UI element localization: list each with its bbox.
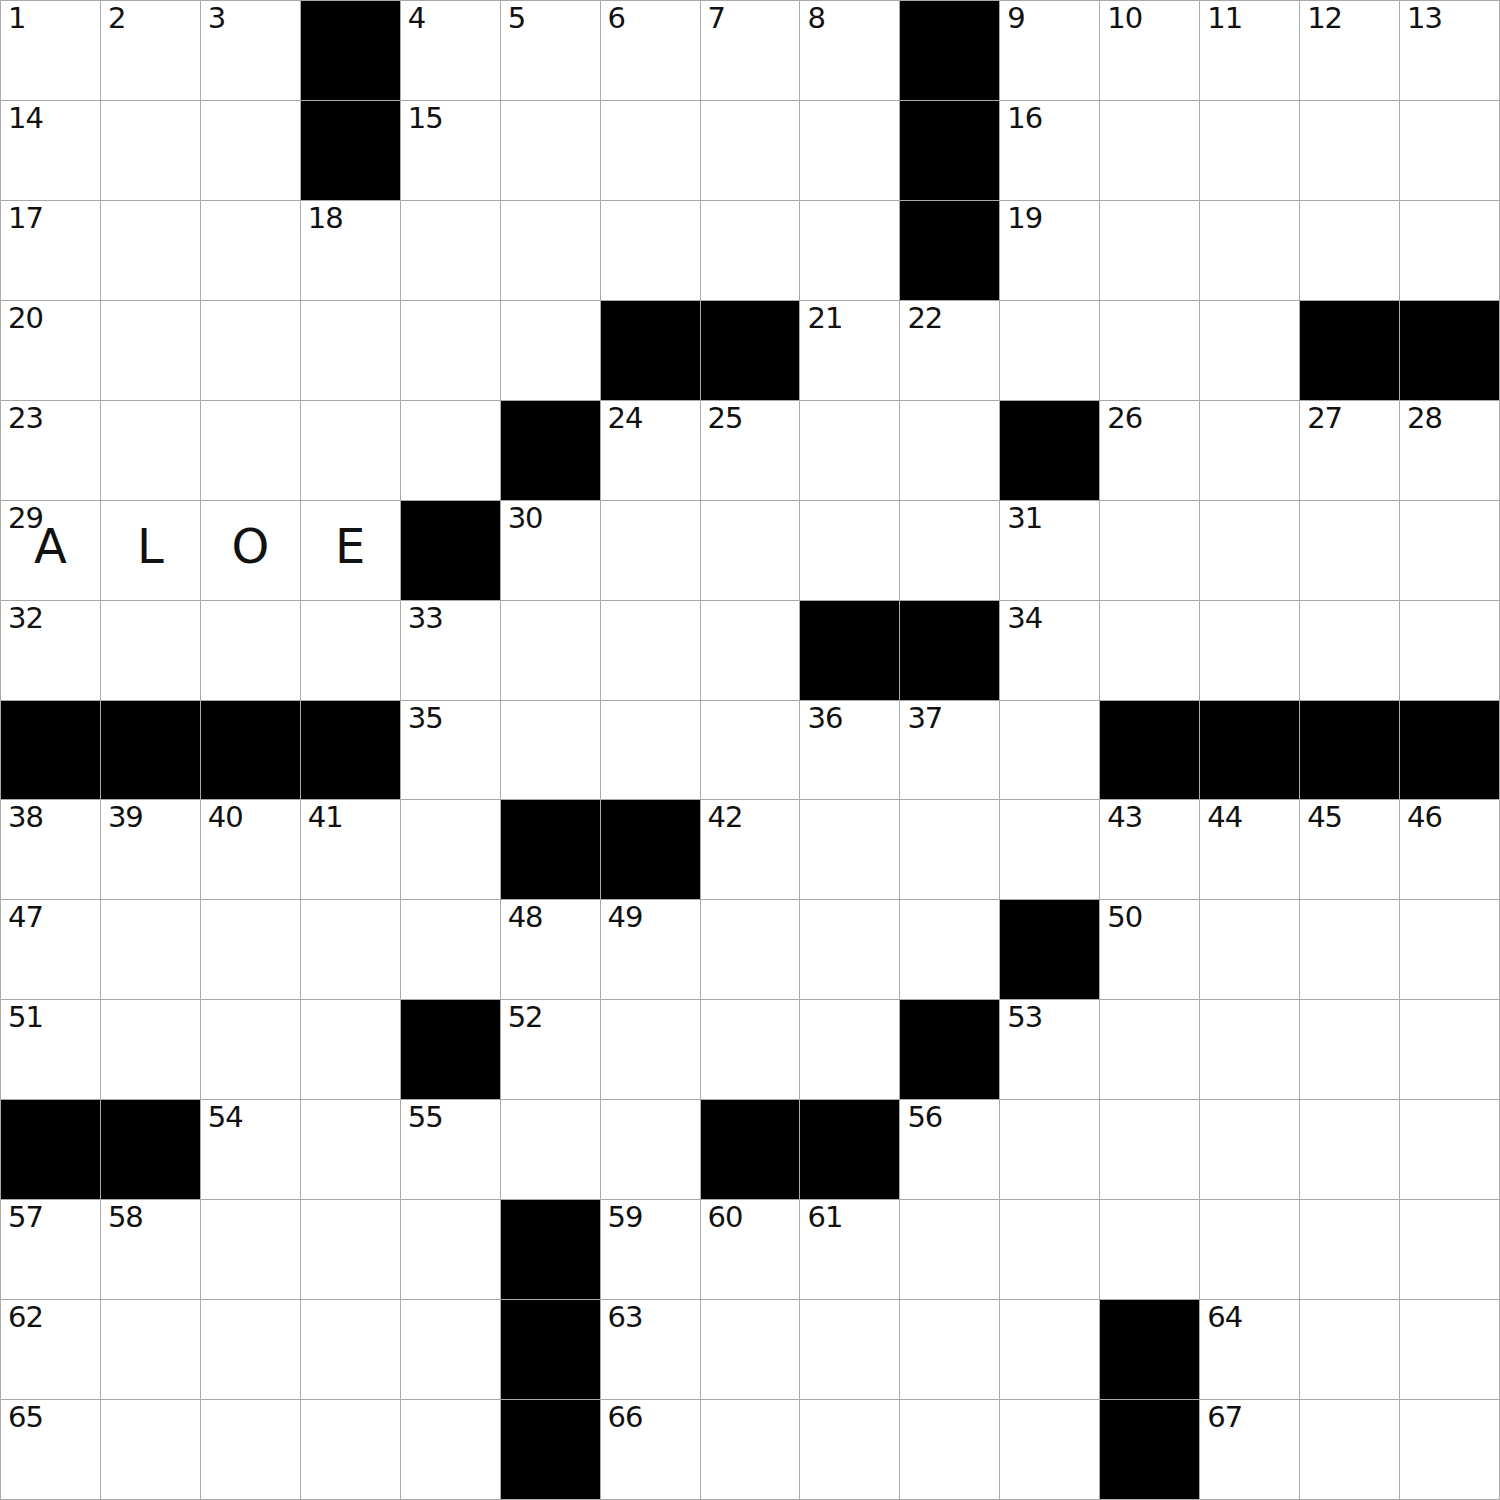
cell-r1c5[interactable] [501, 101, 600, 200]
cell-r3c11[interactable] [1100, 301, 1199, 400]
cell-r0c13[interactable]: 12 [1300, 1, 1399, 100]
cell-r4c2[interactable] [201, 401, 300, 500]
black-cell-r6c8 [800, 601, 899, 700]
cell-r10c12[interactable] [1200, 1000, 1299, 1099]
cell-r14c1[interactable] [101, 1400, 200, 1499]
clue-number: 7 [708, 4, 725, 33]
clue-number: 50 [1107, 903, 1142, 932]
cell-r5c12[interactable] [1200, 501, 1299, 600]
clue-number: 66 [608, 1403, 643, 1432]
cell-r11c4[interactable]: 55 [401, 1100, 500, 1199]
cell-r6c10[interactable]: 34 [1000, 601, 1099, 700]
cell-r3c0[interactable]: 20 [1, 301, 100, 400]
cell-r14c14[interactable] [1400, 1400, 1499, 1499]
cell-r6c2[interactable] [201, 601, 300, 700]
cell-r12c14[interactable] [1400, 1200, 1499, 1299]
cell-r4c3[interactable] [301, 401, 400, 500]
cell-r7c10[interactable] [1000, 701, 1099, 800]
cell-r6c3[interactable] [301, 601, 400, 700]
clue-number: 67 [1207, 1403, 1242, 1432]
cell-r0c5[interactable]: 5 [501, 1, 600, 100]
cell-r6c0[interactable]: 32 [1, 601, 100, 700]
cell-r14c6[interactable]: 66 [601, 1400, 700, 1499]
cell-r11c5[interactable] [501, 1100, 600, 1199]
clue-number: 52 [508, 1003, 543, 1032]
cell-r10c0[interactable]: 51 [1, 1000, 100, 1099]
cell-r4c8[interactable] [800, 401, 899, 500]
cell-r13c6[interactable]: 63 [601, 1300, 700, 1399]
cell-r1c12[interactable] [1200, 101, 1299, 200]
entry-letter: O [231, 522, 269, 570]
black-cell-r8c5 [501, 800, 600, 899]
clue-number: 9 [1007, 4, 1024, 33]
cell-r13c2[interactable] [201, 1300, 300, 1399]
cell-r8c10[interactable] [1000, 800, 1099, 899]
cell-r4c0[interactable]: 23 [1, 401, 100, 500]
cell-r4c7[interactable]: 25 [701, 401, 800, 500]
cell-r2c10[interactable]: 19 [1000, 201, 1099, 300]
cell-r11c6[interactable] [601, 1100, 700, 1199]
cell-r5c3[interactable]: E [301, 501, 400, 600]
cell-r3c10[interactable] [1000, 301, 1099, 400]
clue-number: 6 [608, 4, 625, 33]
cell-r14c7[interactable] [701, 1400, 800, 1499]
cell-r12c3[interactable] [301, 1200, 400, 1299]
black-cell-r7c1 [101, 701, 200, 800]
cell-r14c8[interactable] [800, 1400, 899, 1499]
cell-r9c7[interactable] [701, 900, 800, 999]
cell-r8c9[interactable] [900, 800, 999, 899]
cell-r8c0[interactable]: 38 [1, 800, 100, 899]
cell-r12c13[interactable] [1300, 1200, 1399, 1299]
black-cell-r7c14 [1400, 701, 1499, 800]
cell-r13c7[interactable] [701, 1300, 800, 1399]
cell-r13c9[interactable] [900, 1300, 999, 1399]
cell-r12c2[interactable] [201, 1200, 300, 1299]
black-cell-r7c3 [301, 701, 400, 800]
black-cell-r10c4 [401, 1000, 500, 1099]
cell-r2c13[interactable] [1300, 201, 1399, 300]
black-cell-r7c11 [1100, 701, 1199, 800]
cell-r13c12[interactable]: 64 [1200, 1300, 1299, 1399]
cell-r13c14[interactable] [1400, 1300, 1499, 1399]
black-cell-r7c13 [1300, 701, 1399, 800]
clue-number: 33 [408, 604, 443, 633]
clue-number: 27 [1307, 404, 1342, 433]
clue-number: 2 [108, 4, 125, 33]
cell-r1c0[interactable]: 14 [1, 101, 100, 200]
clue-number: 42 [708, 803, 743, 832]
clue-number: 28 [1407, 404, 1442, 433]
clue-number: 56 [907, 1103, 942, 1132]
cell-r7c5[interactable] [501, 701, 600, 800]
clue-number: 4 [408, 4, 425, 33]
clue-number: 43 [1107, 803, 1142, 832]
clue-number: 5 [508, 4, 525, 33]
cell-r6c7[interactable] [701, 601, 800, 700]
cell-r13c0[interactable]: 62 [1, 1300, 100, 1399]
clue-number: 34 [1007, 604, 1042, 633]
cell-r9c0[interactable]: 47 [1, 900, 100, 999]
black-cell-r7c0 [1, 701, 100, 800]
cell-r8c4[interactable] [401, 800, 500, 899]
cell-r1c1[interactable] [101, 101, 200, 200]
cell-r9c6[interactable]: 49 [601, 900, 700, 999]
clue-number: 38 [8, 803, 43, 832]
cell-r5c5[interactable]: 30 [501, 501, 600, 600]
cell-r1c2[interactable] [201, 101, 300, 200]
clue-number: 48 [508, 903, 543, 932]
cell-r14c9[interactable] [900, 1400, 999, 1499]
clue-number: 17 [8, 204, 43, 233]
cell-r12c1[interactable]: 58 [101, 1200, 200, 1299]
cell-r5c0[interactable]: 29A [1, 501, 100, 600]
clue-number: 24 [608, 404, 643, 433]
cell-r4c6[interactable]: 24 [601, 401, 700, 500]
clue-number: 59 [608, 1203, 643, 1232]
cell-r0c6[interactable]: 6 [601, 1, 700, 100]
black-cell-r1c9 [900, 101, 999, 200]
cell-r9c13[interactable] [1300, 900, 1399, 999]
cell-r1c11[interactable] [1100, 101, 1199, 200]
cell-r13c8[interactable] [800, 1300, 899, 1399]
cell-r0c2[interactable]: 3 [201, 1, 300, 100]
cell-r10c1[interactable] [101, 1000, 200, 1099]
cell-r11c14[interactable] [1400, 1100, 1499, 1199]
cell-r2c3[interactable]: 18 [301, 201, 400, 300]
clue-number: 36 [807, 704, 842, 733]
cell-r1c10[interactable]: 16 [1000, 101, 1099, 200]
clue-number: 30 [508, 504, 543, 533]
cell-r4c13[interactable]: 27 [1300, 401, 1399, 500]
cell-r6c14[interactable] [1400, 601, 1499, 700]
black-cell-r3c13 [1300, 301, 1399, 400]
black-cell-r11c7 [701, 1100, 800, 1199]
cell-r9c3[interactable] [301, 900, 400, 999]
black-cell-r3c6 [601, 301, 700, 400]
cell-r10c14[interactable] [1400, 1000, 1499, 1099]
clue-number: 12 [1307, 4, 1342, 33]
cell-r3c9[interactable]: 22 [900, 301, 999, 400]
cell-r10c3[interactable] [301, 1000, 400, 1099]
cell-r6c11[interactable] [1100, 601, 1199, 700]
cell-r3c1[interactable] [101, 301, 200, 400]
cell-r3c8[interactable]: 21 [800, 301, 899, 400]
black-cell-r0c9 [900, 1, 999, 100]
clue-number: 19 [1007, 204, 1042, 233]
black-cell-r1c3 [301, 101, 400, 200]
cell-r12c6[interactable]: 59 [601, 1200, 700, 1299]
entry-letter: A [34, 522, 67, 570]
cell-r14c13[interactable] [1300, 1400, 1399, 1499]
cell-r4c4[interactable] [401, 401, 500, 500]
cell-r9c8[interactable] [800, 900, 899, 999]
clue-number: 63 [608, 1303, 643, 1332]
cell-r5c13[interactable] [1300, 501, 1399, 600]
clue-number: 31 [1007, 504, 1042, 533]
cell-r5c7[interactable] [701, 501, 800, 600]
clue-number: 53 [1007, 1003, 1042, 1032]
cell-r10c2[interactable] [201, 1000, 300, 1099]
clue-number: 62 [8, 1303, 43, 1332]
cell-r14c4[interactable] [401, 1400, 500, 1499]
cell-r12c9[interactable] [900, 1200, 999, 1299]
cell-r1c6[interactable] [601, 101, 700, 200]
cell-r6c13[interactable] [1300, 601, 1399, 700]
cell-r6c12[interactable] [1200, 601, 1299, 700]
clue-number: 60 [708, 1203, 743, 1232]
cell-r10c10[interactable]: 53 [1000, 1000, 1099, 1099]
clue-number: 45 [1307, 803, 1342, 832]
cell-r1c8[interactable] [800, 101, 899, 200]
cell-r2c4[interactable] [401, 201, 500, 300]
cell-r7c7[interactable] [701, 701, 800, 800]
cell-r1c14[interactable] [1400, 101, 1499, 200]
cell-r14c2[interactable] [201, 1400, 300, 1499]
clue-number: 64 [1207, 1303, 1242, 1332]
cell-r2c11[interactable] [1100, 201, 1199, 300]
cell-r4c1[interactable] [101, 401, 200, 500]
clue-number: 51 [8, 1003, 43, 1032]
cell-r13c3[interactable] [301, 1300, 400, 1399]
black-cell-r11c0 [1, 1100, 100, 1199]
cell-r10c5[interactable]: 52 [501, 1000, 600, 1099]
cell-r10c13[interactable] [1300, 1000, 1399, 1099]
clue-number: 10 [1107, 4, 1142, 33]
clue-number: 47 [8, 903, 43, 932]
cell-r1c7[interactable] [701, 101, 800, 200]
cell-r12c4[interactable] [401, 1200, 500, 1299]
crossword-grid: 1234567891011121314151617181920212223242… [0, 0, 1500, 1500]
cell-r5c10[interactable]: 31 [1000, 501, 1099, 600]
black-cell-r14c11 [1100, 1400, 1199, 1499]
cell-r2c6[interactable] [601, 201, 700, 300]
cell-r0c10[interactable]: 9 [1000, 1, 1099, 100]
cell-r4c14[interactable]: 28 [1400, 401, 1499, 500]
cell-r5c9[interactable] [900, 501, 999, 600]
clue-number: 32 [8, 604, 43, 633]
cell-r11c10[interactable] [1000, 1100, 1099, 1199]
cell-r3c12[interactable] [1200, 301, 1299, 400]
cell-r0c7[interactable]: 7 [701, 1, 800, 100]
clue-number: 25 [708, 404, 743, 433]
cell-r9c9[interactable] [900, 900, 999, 999]
clue-number: 37 [907, 704, 942, 733]
cell-r2c14[interactable] [1400, 201, 1499, 300]
cell-r0c12[interactable]: 11 [1200, 1, 1299, 100]
cell-r10c6[interactable] [601, 1000, 700, 1099]
cell-r2c5[interactable] [501, 201, 600, 300]
clue-number: 58 [108, 1203, 143, 1232]
black-cell-r5c4 [401, 501, 500, 600]
cell-r9c1[interactable] [101, 900, 200, 999]
black-cell-r13c11 [1100, 1300, 1199, 1399]
clue-number: 35 [408, 704, 443, 733]
cell-r0c11[interactable]: 10 [1100, 1, 1199, 100]
cell-r5c2[interactable]: O [201, 501, 300, 600]
black-cell-r2c9 [900, 201, 999, 300]
cell-r4c11[interactable]: 26 [1100, 401, 1199, 500]
cell-r3c5[interactable] [501, 301, 600, 400]
cell-r6c6[interactable] [601, 601, 700, 700]
black-cell-r14c5 [501, 1400, 600, 1499]
cell-r6c1[interactable] [101, 601, 200, 700]
black-cell-r4c10 [1000, 401, 1099, 500]
cell-r3c3[interactable] [301, 301, 400, 400]
cell-r12c8[interactable]: 61 [800, 1200, 899, 1299]
clue-number: 26 [1107, 404, 1142, 433]
clue-number: 39 [108, 803, 143, 832]
clue-number: 14 [8, 104, 43, 133]
cell-r9c11[interactable]: 50 [1100, 900, 1199, 999]
cell-r7c8[interactable]: 36 [800, 701, 899, 800]
clue-number: 16 [1007, 104, 1042, 133]
cell-r14c12[interactable]: 67 [1200, 1400, 1299, 1499]
clue-number: 8 [807, 4, 824, 33]
cell-r14c0[interactable]: 65 [1, 1400, 100, 1499]
clue-number: 21 [807, 304, 842, 333]
cell-r13c1[interactable] [101, 1300, 200, 1399]
black-cell-r0c3 [301, 1, 400, 100]
black-cell-r7c2 [201, 701, 300, 800]
cell-r4c12[interactable] [1200, 401, 1299, 500]
cell-r9c4[interactable] [401, 900, 500, 999]
cell-r12c12[interactable] [1200, 1200, 1299, 1299]
cell-r1c4[interactable]: 15 [401, 101, 500, 200]
black-cell-r11c1 [101, 1100, 200, 1199]
clue-number: 49 [608, 903, 643, 932]
cell-r7c6[interactable] [601, 701, 700, 800]
clue-number: 23 [8, 404, 43, 433]
clue-number: 65 [8, 1403, 43, 1432]
cell-r5c11[interactable] [1100, 501, 1199, 600]
black-cell-r9c10 [1000, 900, 1099, 999]
cell-r14c3[interactable] [301, 1400, 400, 1499]
cell-r8c1[interactable]: 39 [101, 800, 200, 899]
cell-r4c9[interactable] [900, 401, 999, 500]
cell-r2c1[interactable] [101, 201, 200, 300]
cell-r2c12[interactable] [1200, 201, 1299, 300]
clue-number: 20 [8, 304, 43, 333]
clue-number: 18 [308, 204, 343, 233]
clue-number: 1 [8, 4, 25, 33]
cell-r12c11[interactable] [1100, 1200, 1199, 1299]
cell-r8c7[interactable]: 42 [701, 800, 800, 899]
cell-r5c8[interactable] [800, 501, 899, 600]
cell-r10c7[interactable] [701, 1000, 800, 1099]
cell-r12c7[interactable]: 60 [701, 1200, 800, 1299]
cell-r8c2[interactable]: 40 [201, 800, 300, 899]
cell-r14c10[interactable] [1000, 1400, 1099, 1499]
cell-r13c4[interactable] [401, 1300, 500, 1399]
cell-r1c13[interactable] [1300, 101, 1399, 200]
cell-r13c10[interactable] [1000, 1300, 1099, 1399]
cell-r12c10[interactable] [1000, 1200, 1099, 1299]
cell-r10c8[interactable] [800, 1000, 899, 1099]
cell-r9c12[interactable] [1200, 900, 1299, 999]
entry-letter: E [335, 522, 365, 570]
cell-r0c4[interactable]: 4 [401, 1, 500, 100]
cell-r7c9[interactable]: 37 [900, 701, 999, 800]
cell-r2c0[interactable]: 17 [1, 201, 100, 300]
black-cell-r11c8 [800, 1100, 899, 1199]
clue-number: 57 [8, 1203, 43, 1232]
cell-r6c4[interactable]: 33 [401, 601, 500, 700]
clue-number: 61 [807, 1203, 842, 1232]
clue-number: 11 [1207, 4, 1242, 33]
cell-r8c11[interactable]: 43 [1100, 800, 1199, 899]
cell-r10c11[interactable] [1100, 1000, 1199, 1099]
black-cell-r6c9 [900, 601, 999, 700]
cell-r8c14[interactable]: 46 [1400, 800, 1499, 899]
clue-number: 44 [1207, 803, 1242, 832]
cell-r2c8[interactable] [800, 201, 899, 300]
black-cell-r3c14 [1400, 301, 1499, 400]
cell-r0c0[interactable]: 1 [1, 1, 100, 100]
black-cell-r4c5 [501, 401, 600, 500]
cell-r11c9[interactable]: 56 [900, 1100, 999, 1199]
cell-r2c2[interactable] [201, 201, 300, 300]
cell-r0c8[interactable]: 8 [800, 1, 899, 100]
cell-r11c12[interactable] [1200, 1100, 1299, 1199]
cell-r11c2[interactable]: 54 [201, 1100, 300, 1199]
cell-r8c3[interactable]: 41 [301, 800, 400, 899]
black-cell-r8c6 [601, 800, 700, 899]
black-cell-r12c5 [501, 1200, 600, 1299]
cell-r5c1[interactable]: L [101, 501, 200, 600]
cell-r9c5[interactable]: 48 [501, 900, 600, 999]
clue-number: 55 [408, 1103, 443, 1132]
cell-r5c6[interactable] [601, 501, 700, 600]
cell-r0c1[interactable]: 2 [101, 1, 200, 100]
cell-r6c5[interactable] [501, 601, 600, 700]
cell-r9c2[interactable] [201, 900, 300, 999]
clue-number: 15 [408, 104, 443, 133]
clue-number: 46 [1407, 803, 1442, 832]
cell-r8c8[interactable] [800, 800, 899, 899]
cell-r8c13[interactable]: 45 [1300, 800, 1399, 899]
cell-r11c3[interactable] [301, 1100, 400, 1199]
cell-r0c14[interactable]: 13 [1400, 1, 1499, 100]
cell-r7c4[interactable]: 35 [401, 701, 500, 800]
cell-r11c13[interactable] [1300, 1100, 1399, 1199]
clue-number: 13 [1407, 4, 1442, 33]
cell-r5c14[interactable] [1400, 501, 1499, 600]
cell-r3c4[interactable] [401, 301, 500, 400]
cell-r9c14[interactable] [1400, 900, 1499, 999]
black-cell-r13c5 [501, 1300, 600, 1399]
cell-r8c12[interactable]: 44 [1200, 800, 1299, 899]
cell-r13c13[interactable] [1300, 1300, 1399, 1399]
cell-r12c0[interactable]: 57 [1, 1200, 100, 1299]
cell-r11c11[interactable] [1100, 1100, 1199, 1199]
black-cell-r7c12 [1200, 701, 1299, 800]
black-cell-r3c7 [701, 301, 800, 400]
clue-number: 22 [907, 304, 942, 333]
clue-number: 3 [208, 4, 225, 33]
black-cell-r10c9 [900, 1000, 999, 1099]
clue-number: 41 [308, 803, 343, 832]
clue-number: 54 [208, 1103, 243, 1132]
cell-r3c2[interactable] [201, 301, 300, 400]
clue-number: 40 [208, 803, 243, 832]
entry-letter: L [137, 522, 164, 570]
cell-r2c7[interactable] [701, 201, 800, 300]
